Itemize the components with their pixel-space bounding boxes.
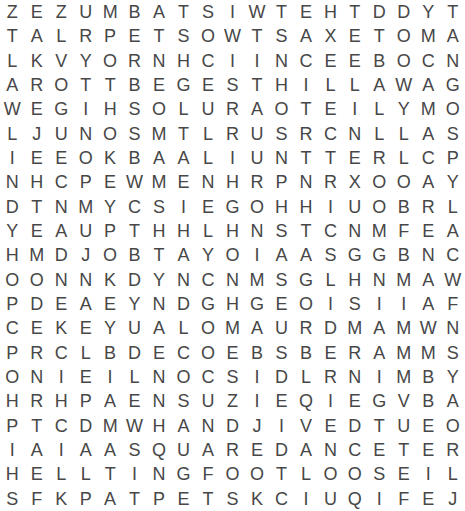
cell-r14c18[interactable]: W bbox=[416, 316, 440, 340]
cell-r7c14[interactable]: T bbox=[318, 146, 342, 170]
cell-r7c4[interactable]: O bbox=[73, 146, 97, 170]
cell-r11c4[interactable]: J bbox=[73, 243, 97, 267]
cell-r11c11[interactable]: I bbox=[245, 243, 269, 267]
cell-r8c7[interactable]: M bbox=[147, 170, 171, 194]
cell-r12c9[interactable]: C bbox=[196, 268, 220, 292]
cell-r10c4[interactable]: U bbox=[73, 219, 97, 243]
cell-r19c15[interactable]: C bbox=[343, 438, 367, 462]
cell-r21c2[interactable]: F bbox=[24, 487, 48, 511]
cell-r9c4[interactable]: M bbox=[73, 195, 97, 219]
cell-r15c2[interactable]: R bbox=[24, 341, 48, 365]
cell-r4c6[interactable]: B bbox=[122, 73, 146, 97]
cell-r9c16[interactable]: O bbox=[367, 195, 391, 219]
cell-r20c3[interactable]: L bbox=[49, 462, 73, 486]
cell-r2c9[interactable]: O bbox=[196, 24, 220, 48]
cell-r15c14[interactable]: E bbox=[318, 341, 342, 365]
cell-r11c7[interactable]: T bbox=[147, 243, 171, 267]
cell-r9c11[interactable]: O bbox=[245, 195, 269, 219]
cell-r12c6[interactable]: D bbox=[122, 268, 146, 292]
cell-r14c1[interactable]: C bbox=[0, 316, 24, 340]
cell-r20c17[interactable]: E bbox=[392, 462, 416, 486]
cell-r16c1[interactable]: O bbox=[0, 365, 24, 389]
cell-r7c9[interactable]: L bbox=[196, 146, 220, 170]
cell-r3c3[interactable]: V bbox=[49, 49, 73, 73]
cell-r18c10[interactable]: D bbox=[220, 414, 244, 438]
cell-r2c2[interactable]: A bbox=[24, 24, 48, 48]
cell-r12c19[interactable]: W bbox=[441, 268, 465, 292]
cell-r7c17[interactable]: L bbox=[392, 146, 416, 170]
cell-r15c10[interactable]: E bbox=[220, 341, 244, 365]
cell-r4c14[interactable]: L bbox=[318, 73, 342, 97]
cell-r8c17[interactable]: O bbox=[392, 170, 416, 194]
cell-r10c9[interactable]: L bbox=[196, 219, 220, 243]
cell-r17c14[interactable]: I bbox=[318, 389, 342, 413]
cell-r10c10[interactable]: H bbox=[220, 219, 244, 243]
cell-r2c5[interactable]: P bbox=[98, 24, 122, 48]
cell-r1c16[interactable]: D bbox=[367, 0, 391, 24]
cell-r13c4[interactable]: A bbox=[73, 292, 97, 316]
cell-r16c2[interactable]: N bbox=[24, 365, 48, 389]
cell-r6c14[interactable]: C bbox=[318, 122, 342, 146]
cell-r13c13[interactable]: O bbox=[294, 292, 318, 316]
cell-r3c19[interactable]: N bbox=[441, 49, 465, 73]
cell-r11c9[interactable]: Y bbox=[196, 243, 220, 267]
cell-r2c13[interactable]: A bbox=[294, 24, 318, 48]
cell-r10c8[interactable]: H bbox=[171, 219, 195, 243]
cell-r3c8[interactable]: H bbox=[171, 49, 195, 73]
cell-r16c16[interactable]: I bbox=[367, 365, 391, 389]
cell-r1c9[interactable]: S bbox=[196, 0, 220, 24]
cell-r13c8[interactable]: D bbox=[171, 292, 195, 316]
cell-r12c18[interactable]: A bbox=[416, 268, 440, 292]
cell-r2c18[interactable]: M bbox=[416, 24, 440, 48]
cell-r13c7[interactable]: N bbox=[147, 292, 171, 316]
cell-r5c3[interactable]: G bbox=[49, 97, 73, 121]
cell-r16c8[interactable]: O bbox=[171, 365, 195, 389]
cell-r4c3[interactable]: O bbox=[49, 73, 73, 97]
cell-r20c5[interactable]: T bbox=[98, 462, 122, 486]
cell-r6c13[interactable]: R bbox=[294, 122, 318, 146]
cell-r21c16[interactable]: I bbox=[367, 487, 391, 511]
cell-r6c2[interactable]: J bbox=[24, 122, 48, 146]
cell-r14c19[interactable]: N bbox=[441, 316, 465, 340]
cell-r10c19[interactable]: A bbox=[441, 219, 465, 243]
cell-r6c15[interactable]: N bbox=[343, 122, 367, 146]
cell-r15c8[interactable]: C bbox=[171, 341, 195, 365]
cell-r13c19[interactable]: F bbox=[441, 292, 465, 316]
cell-r11c6[interactable]: B bbox=[122, 243, 146, 267]
cell-r11c2[interactable]: M bbox=[24, 243, 48, 267]
cell-r16c7[interactable]: N bbox=[147, 365, 171, 389]
cell-r6c1[interactable]: L bbox=[0, 122, 24, 146]
cell-r16c9[interactable]: C bbox=[196, 365, 220, 389]
cell-r13c1[interactable]: P bbox=[0, 292, 24, 316]
cell-r19c12[interactable]: D bbox=[269, 438, 293, 462]
cell-r20c11[interactable]: O bbox=[245, 462, 269, 486]
cell-r11c10[interactable]: O bbox=[220, 243, 244, 267]
cell-r7c6[interactable]: B bbox=[122, 146, 146, 170]
cell-r10c11[interactable]: N bbox=[245, 219, 269, 243]
cell-r2c12[interactable]: S bbox=[269, 24, 293, 48]
cell-r13c11[interactable]: G bbox=[245, 292, 269, 316]
cell-r1c8[interactable]: T bbox=[171, 0, 195, 24]
cell-r21c14[interactable]: U bbox=[318, 487, 342, 511]
cell-r19c9[interactable]: A bbox=[196, 438, 220, 462]
cell-r3c18[interactable]: C bbox=[416, 49, 440, 73]
cell-r3c17[interactable]: O bbox=[392, 49, 416, 73]
cell-r11c1[interactable]: H bbox=[0, 243, 24, 267]
cell-r17c12[interactable]: E bbox=[269, 389, 293, 413]
cell-r12c15[interactable]: H bbox=[343, 268, 367, 292]
cell-r8c2[interactable]: H bbox=[24, 170, 48, 194]
cell-r10c3[interactable]: A bbox=[49, 219, 73, 243]
cell-r18c13[interactable]: V bbox=[294, 414, 318, 438]
cell-r5c1[interactable]: W bbox=[0, 97, 24, 121]
cell-r2c8[interactable]: S bbox=[171, 24, 195, 48]
cell-r5c4[interactable]: I bbox=[73, 97, 97, 121]
cell-r5c5[interactable]: H bbox=[98, 97, 122, 121]
cell-r20c6[interactable]: I bbox=[122, 462, 146, 486]
cell-r2c10[interactable]: W bbox=[220, 24, 244, 48]
cell-r20c15[interactable]: O bbox=[343, 462, 367, 486]
cell-r15c4[interactable]: L bbox=[73, 341, 97, 365]
cell-r8c19[interactable]: Y bbox=[441, 170, 465, 194]
cell-r21c15[interactable]: Q bbox=[343, 487, 367, 511]
cell-r11c16[interactable]: G bbox=[367, 243, 391, 267]
cell-r18c1[interactable]: P bbox=[0, 414, 24, 438]
cell-r14c17[interactable]: M bbox=[392, 316, 416, 340]
cell-r13c12[interactable]: E bbox=[269, 292, 293, 316]
cell-r7c10[interactable]: I bbox=[220, 146, 244, 170]
cell-r7c18[interactable]: C bbox=[416, 146, 440, 170]
cell-r5c8[interactable]: L bbox=[171, 97, 195, 121]
cell-r9c18[interactable]: R bbox=[416, 195, 440, 219]
cell-r12c3[interactable]: N bbox=[49, 268, 73, 292]
cell-r20c13[interactable]: L bbox=[294, 462, 318, 486]
cell-r17c10[interactable]: Z bbox=[220, 389, 244, 413]
cell-r7c19[interactable]: P bbox=[441, 146, 465, 170]
cell-r12c7[interactable]: Y bbox=[147, 268, 171, 292]
cell-r6c9[interactable]: L bbox=[196, 122, 220, 146]
cell-r4c19[interactable]: G bbox=[441, 73, 465, 97]
cell-r12c1[interactable]: O bbox=[0, 268, 24, 292]
cell-r18c4[interactable]: D bbox=[73, 414, 97, 438]
cell-r9c17[interactable]: B bbox=[392, 195, 416, 219]
cell-r3c9[interactable]: C bbox=[196, 49, 220, 73]
cell-r8c16[interactable]: O bbox=[367, 170, 391, 194]
cell-r8c10[interactable]: H bbox=[220, 170, 244, 194]
cell-r4c8[interactable]: G bbox=[171, 73, 195, 97]
cell-r17c5[interactable]: A bbox=[98, 389, 122, 413]
cell-r4c4[interactable]: T bbox=[73, 73, 97, 97]
cell-r4c2[interactable]: R bbox=[24, 73, 48, 97]
cell-r21c18[interactable]: E bbox=[416, 487, 440, 511]
cell-r21c7[interactable]: P bbox=[147, 487, 171, 511]
cell-r8c3[interactable]: C bbox=[49, 170, 73, 194]
cell-r7c5[interactable]: K bbox=[98, 146, 122, 170]
cell-r5c9[interactable]: U bbox=[196, 97, 220, 121]
cell-r5c6[interactable]: S bbox=[122, 97, 146, 121]
cell-r19c18[interactable]: E bbox=[416, 438, 440, 462]
cell-r7c2[interactable]: E bbox=[24, 146, 48, 170]
cell-r1c10[interactable]: I bbox=[220, 0, 244, 24]
cell-r1c6[interactable]: B bbox=[122, 0, 146, 24]
cell-r7c7[interactable]: A bbox=[147, 146, 171, 170]
cell-r19c2[interactable]: A bbox=[24, 438, 48, 462]
cell-r15c15[interactable]: R bbox=[343, 341, 367, 365]
cell-r12c2[interactable]: O bbox=[24, 268, 48, 292]
cell-r4c18[interactable]: A bbox=[416, 73, 440, 97]
cell-r10c16[interactable]: M bbox=[367, 219, 391, 243]
cell-r17c1[interactable]: H bbox=[0, 389, 24, 413]
cell-r20c16[interactable]: S bbox=[367, 462, 391, 486]
cell-r21c1[interactable]: S bbox=[0, 487, 24, 511]
cell-r16c3[interactable]: I bbox=[49, 365, 73, 389]
cell-r3c4[interactable]: Y bbox=[73, 49, 97, 73]
cell-r8c14[interactable]: R bbox=[318, 170, 342, 194]
cell-r19c5[interactable]: A bbox=[98, 438, 122, 462]
cell-r2c15[interactable]: E bbox=[343, 24, 367, 48]
cell-r13c5[interactable]: E bbox=[98, 292, 122, 316]
cell-r9c7[interactable]: S bbox=[147, 195, 171, 219]
cell-r10c13[interactable]: T bbox=[294, 219, 318, 243]
cell-r12c17[interactable]: M bbox=[392, 268, 416, 292]
cell-r18c15[interactable]: D bbox=[343, 414, 367, 438]
cell-r18c18[interactable]: E bbox=[416, 414, 440, 438]
cell-r20c9[interactable]: F bbox=[196, 462, 220, 486]
cell-r21c19[interactable]: J bbox=[441, 487, 465, 511]
cell-r6c16[interactable]: L bbox=[367, 122, 391, 146]
cell-r18c8[interactable]: A bbox=[171, 414, 195, 438]
cell-r12c10[interactable]: N bbox=[220, 268, 244, 292]
cell-r16c13[interactable]: L bbox=[294, 365, 318, 389]
cell-r18c14[interactable]: E bbox=[318, 414, 342, 438]
cell-r4c16[interactable]: A bbox=[367, 73, 391, 97]
cell-r2c19[interactable]: A bbox=[441, 24, 465, 48]
cell-r6c6[interactable]: S bbox=[122, 122, 146, 146]
cell-r13c15[interactable]: S bbox=[343, 292, 367, 316]
cell-r21c8[interactable]: E bbox=[171, 487, 195, 511]
cell-r10c14[interactable]: C bbox=[318, 219, 342, 243]
cell-r14c12[interactable]: U bbox=[269, 316, 293, 340]
cell-r16c5[interactable]: I bbox=[98, 365, 122, 389]
cell-r11c14[interactable]: S bbox=[318, 243, 342, 267]
cell-r11c13[interactable]: A bbox=[294, 243, 318, 267]
cell-r1c3[interactable]: Z bbox=[49, 0, 73, 24]
cell-r1c19[interactable]: T bbox=[441, 0, 465, 24]
cell-r21c11[interactable]: K bbox=[245, 487, 269, 511]
cell-r18c17[interactable]: U bbox=[392, 414, 416, 438]
cell-r10c5[interactable]: P bbox=[98, 219, 122, 243]
cell-r4c15[interactable]: L bbox=[343, 73, 367, 97]
cell-r17c15[interactable]: E bbox=[343, 389, 367, 413]
cell-r2c7[interactable]: T bbox=[147, 24, 171, 48]
cell-r12c13[interactable]: G bbox=[294, 268, 318, 292]
cell-r19c1[interactable]: I bbox=[0, 438, 24, 462]
cell-r1c1[interactable]: Z bbox=[0, 0, 24, 24]
cell-r19c4[interactable]: A bbox=[73, 438, 97, 462]
cell-r9c15[interactable]: U bbox=[343, 195, 367, 219]
cell-r12c5[interactable]: K bbox=[98, 268, 122, 292]
cell-r13c9[interactable]: G bbox=[196, 292, 220, 316]
cell-r11c15[interactable]: G bbox=[343, 243, 367, 267]
cell-r5c7[interactable]: O bbox=[147, 97, 171, 121]
cell-r2c16[interactable]: T bbox=[367, 24, 391, 48]
cell-r16c19[interactable]: Y bbox=[441, 365, 465, 389]
cell-r4c12[interactable]: H bbox=[269, 73, 293, 97]
cell-r3c15[interactable]: E bbox=[343, 49, 367, 73]
cell-r14c13[interactable]: R bbox=[294, 316, 318, 340]
cell-r18c7[interactable]: H bbox=[147, 414, 171, 438]
cell-r16c10[interactable]: S bbox=[220, 365, 244, 389]
cell-r17c11[interactable]: I bbox=[245, 389, 269, 413]
cell-r7c11[interactable]: U bbox=[245, 146, 269, 170]
cell-r21c17[interactable]: F bbox=[392, 487, 416, 511]
cell-r15c11[interactable]: B bbox=[245, 341, 269, 365]
cell-r11c17[interactable]: B bbox=[392, 243, 416, 267]
cell-r1c4[interactable]: U bbox=[73, 0, 97, 24]
cell-r16c15[interactable]: N bbox=[343, 365, 367, 389]
cell-r1c12[interactable]: T bbox=[269, 0, 293, 24]
cell-r3c12[interactable]: N bbox=[269, 49, 293, 73]
cell-r9c3[interactable]: N bbox=[49, 195, 73, 219]
cell-r6c4[interactable]: N bbox=[73, 122, 97, 146]
cell-r12c11[interactable]: M bbox=[245, 268, 269, 292]
cell-r13c17[interactable]: I bbox=[392, 292, 416, 316]
cell-r9c13[interactable]: H bbox=[294, 195, 318, 219]
cell-r11c8[interactable]: A bbox=[171, 243, 195, 267]
cell-r21c3[interactable]: K bbox=[49, 487, 73, 511]
cell-r21c6[interactable]: T bbox=[122, 487, 146, 511]
cell-r21c12[interactable]: C bbox=[269, 487, 293, 511]
cell-r17c9[interactable]: U bbox=[196, 389, 220, 413]
cell-r17c3[interactable]: H bbox=[49, 389, 73, 413]
cell-r17c16[interactable]: G bbox=[367, 389, 391, 413]
cell-r9c5[interactable]: Y bbox=[98, 195, 122, 219]
cell-r17c7[interactable]: N bbox=[147, 389, 171, 413]
cell-r6c5[interactable]: O bbox=[98, 122, 122, 146]
cell-r16c17[interactable]: M bbox=[392, 365, 416, 389]
cell-r5c2[interactable]: E bbox=[24, 97, 48, 121]
cell-r15c17[interactable]: M bbox=[392, 341, 416, 365]
cell-r6c11[interactable]: U bbox=[245, 122, 269, 146]
cell-r6c7[interactable]: M bbox=[147, 122, 171, 146]
cell-r3c6[interactable]: R bbox=[122, 49, 146, 73]
cell-r12c16[interactable]: N bbox=[367, 268, 391, 292]
cell-r11c12[interactable]: A bbox=[269, 243, 293, 267]
cell-r14c7[interactable]: A bbox=[147, 316, 171, 340]
cell-r20c2[interactable]: E bbox=[24, 462, 48, 486]
cell-r16c18[interactable]: B bbox=[416, 365, 440, 389]
cell-r18c19[interactable]: O bbox=[441, 414, 465, 438]
cell-r19c13[interactable]: A bbox=[294, 438, 318, 462]
cell-r6c19[interactable]: S bbox=[441, 122, 465, 146]
cell-r16c14[interactable]: R bbox=[318, 365, 342, 389]
cell-r7c12[interactable]: N bbox=[269, 146, 293, 170]
cell-r7c8[interactable]: A bbox=[171, 146, 195, 170]
cell-r13c14[interactable]: I bbox=[318, 292, 342, 316]
cell-r15c9[interactable]: O bbox=[196, 341, 220, 365]
cell-r2c17[interactable]: O bbox=[392, 24, 416, 48]
cell-r3c7[interactable]: N bbox=[147, 49, 171, 73]
cell-r18c6[interactable]: W bbox=[122, 414, 146, 438]
cell-r16c12[interactable]: D bbox=[269, 365, 293, 389]
cell-r1c15[interactable]: T bbox=[343, 0, 367, 24]
cell-r20c7[interactable]: N bbox=[147, 462, 171, 486]
cell-r6c18[interactable]: A bbox=[416, 122, 440, 146]
cell-r21c5[interactable]: A bbox=[98, 487, 122, 511]
cell-r12c8[interactable]: N bbox=[171, 268, 195, 292]
cell-r1c18[interactable]: Y bbox=[416, 0, 440, 24]
cell-r20c8[interactable]: G bbox=[171, 462, 195, 486]
cell-r19c19[interactable]: R bbox=[441, 438, 465, 462]
cell-r3c13[interactable]: C bbox=[294, 49, 318, 73]
cell-r6c17[interactable]: L bbox=[392, 122, 416, 146]
cell-r17c4[interactable]: P bbox=[73, 389, 97, 413]
cell-r13c6[interactable]: Y bbox=[122, 292, 146, 316]
cell-r14c3[interactable]: K bbox=[49, 316, 73, 340]
cell-r2c14[interactable]: X bbox=[318, 24, 342, 48]
cell-r9c6[interactable]: C bbox=[122, 195, 146, 219]
cell-r4c7[interactable]: E bbox=[147, 73, 171, 97]
cell-r1c13[interactable]: E bbox=[294, 0, 318, 24]
cell-r1c14[interactable]: H bbox=[318, 0, 342, 24]
cell-r14c16[interactable]: A bbox=[367, 316, 391, 340]
cell-r16c6[interactable]: L bbox=[122, 365, 146, 389]
cell-r1c5[interactable]: M bbox=[98, 0, 122, 24]
cell-r9c14[interactable]: I bbox=[318, 195, 342, 219]
cell-r8c13[interactable]: N bbox=[294, 170, 318, 194]
cell-r14c11[interactable]: A bbox=[245, 316, 269, 340]
cell-r3c2[interactable]: K bbox=[24, 49, 48, 73]
cell-r7c1[interactable]: I bbox=[0, 146, 24, 170]
cell-r20c14[interactable]: O bbox=[318, 462, 342, 486]
cell-r4c11[interactable]: T bbox=[245, 73, 269, 97]
cell-r14c5[interactable]: Y bbox=[98, 316, 122, 340]
cell-r19c16[interactable]: E bbox=[367, 438, 391, 462]
cell-r20c1[interactable]: H bbox=[0, 462, 24, 486]
cell-r5c14[interactable]: E bbox=[318, 97, 342, 121]
cell-r4c17[interactable]: W bbox=[392, 73, 416, 97]
cell-r18c3[interactable]: C bbox=[49, 414, 73, 438]
cell-r10c15[interactable]: N bbox=[343, 219, 367, 243]
cell-r9c9[interactable]: E bbox=[196, 195, 220, 219]
cell-r20c4[interactable]: L bbox=[73, 462, 97, 486]
cell-r10c18[interactable]: E bbox=[416, 219, 440, 243]
cell-r13c2[interactable]: D bbox=[24, 292, 48, 316]
cell-r15c13[interactable]: B bbox=[294, 341, 318, 365]
cell-r18c11[interactable]: J bbox=[245, 414, 269, 438]
cell-r5c12[interactable]: O bbox=[269, 97, 293, 121]
cell-r12c12[interactable]: S bbox=[269, 268, 293, 292]
cell-r20c18[interactable]: I bbox=[416, 462, 440, 486]
cell-r11c18[interactable]: N bbox=[416, 243, 440, 267]
cell-r2c11[interactable]: T bbox=[245, 24, 269, 48]
cell-r12c4[interactable]: N bbox=[73, 268, 97, 292]
cell-r5c13[interactable]: T bbox=[294, 97, 318, 121]
cell-r15c1[interactable]: P bbox=[0, 341, 24, 365]
cell-r19c7[interactable]: Q bbox=[147, 438, 171, 462]
cell-r17c13[interactable]: Q bbox=[294, 389, 318, 413]
cell-r15c7[interactable]: E bbox=[147, 341, 171, 365]
cell-r17c2[interactable]: R bbox=[24, 389, 48, 413]
cell-r19c14[interactable]: N bbox=[318, 438, 342, 462]
cell-r8c4[interactable]: P bbox=[73, 170, 97, 194]
cell-r8c12[interactable]: P bbox=[269, 170, 293, 194]
cell-r6c12[interactable]: S bbox=[269, 122, 293, 146]
cell-r21c10[interactable]: S bbox=[220, 487, 244, 511]
cell-r17c6[interactable]: E bbox=[122, 389, 146, 413]
